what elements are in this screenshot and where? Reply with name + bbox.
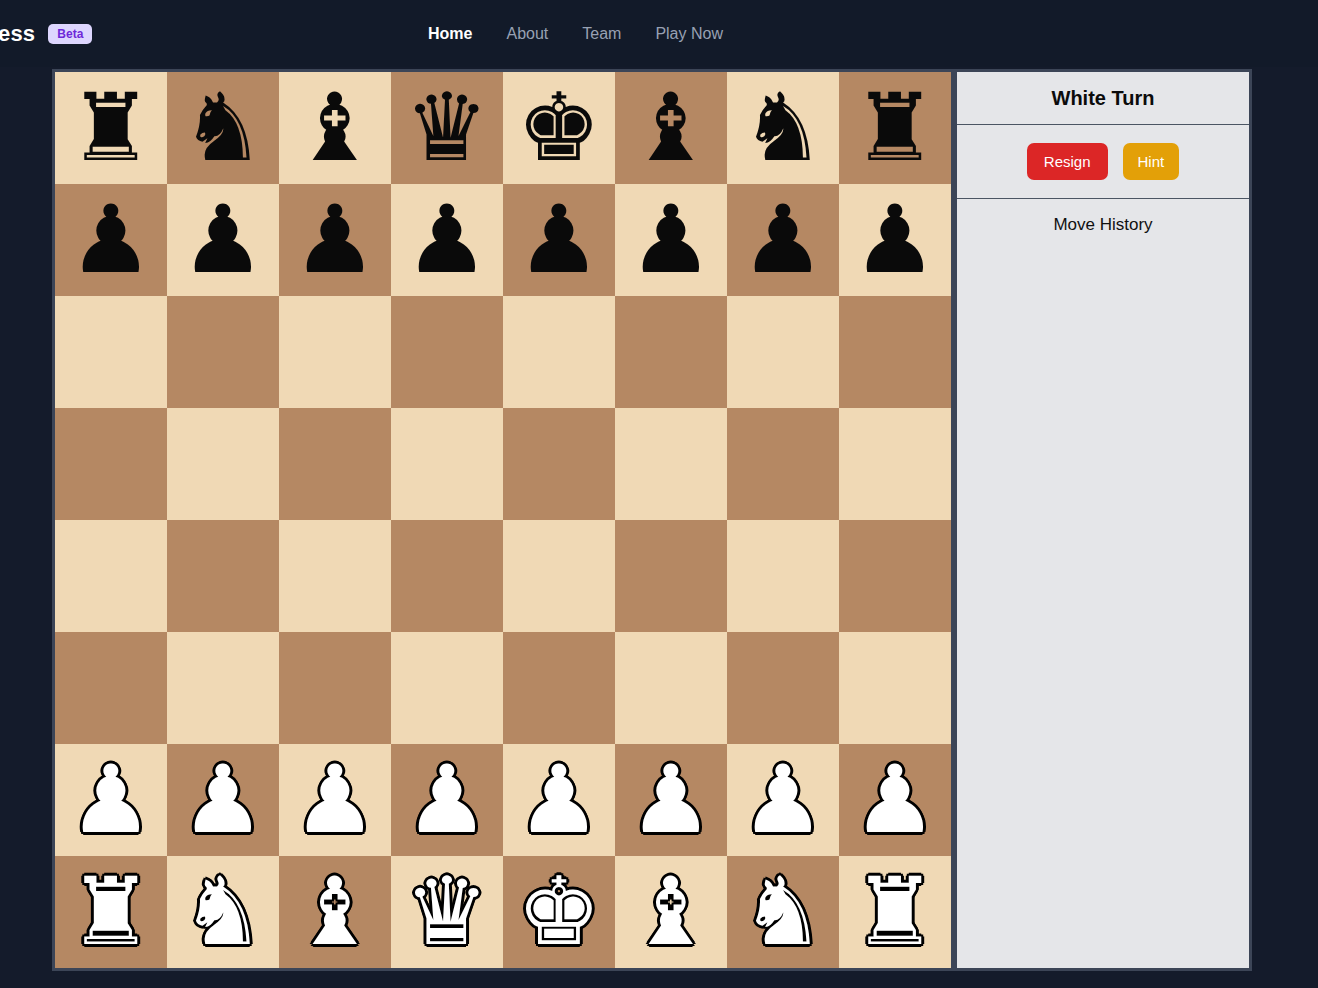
square-f3[interactable] — [615, 632, 727, 744]
square-c5[interactable] — [279, 408, 391, 520]
black-knight[interactable]: ♞ — [167, 72, 279, 184]
square-a3[interactable] — [55, 632, 167, 744]
white-rook[interactable]: ♜ — [55, 856, 167, 968]
square-g1[interactable]: ♞ — [727, 856, 839, 968]
square-g3[interactable] — [727, 632, 839, 744]
square-h8[interactable]: ♜ — [839, 72, 951, 184]
black-pawn[interactable]: ♟ — [279, 184, 391, 296]
square-b8[interactable]: ♞ — [167, 72, 279, 184]
white-pawn[interactable]: ♟ — [615, 744, 727, 856]
square-e4[interactable] — [503, 520, 615, 632]
square-e8[interactable]: ♚ — [503, 72, 615, 184]
square-f4[interactable] — [615, 520, 727, 632]
white-bishop[interactable]: ♝ — [279, 856, 391, 968]
white-bishop[interactable]: ♝ — [615, 856, 727, 968]
nav-link-play-now[interactable]: Play Now — [655, 25, 723, 43]
square-g4[interactable] — [727, 520, 839, 632]
square-a6[interactable] — [55, 296, 167, 408]
white-king[interactable]: ♚ — [503, 856, 615, 968]
black-king[interactable]: ♚ — [503, 72, 615, 184]
square-g8[interactable]: ♞ — [727, 72, 839, 184]
square-a1[interactable]: ♜ — [55, 856, 167, 968]
square-e6[interactable] — [503, 296, 615, 408]
square-g7[interactable]: ♟ — [727, 184, 839, 296]
square-d1[interactable]: ♛ — [391, 856, 503, 968]
square-f7[interactable]: ♟ — [615, 184, 727, 296]
square-c1[interactable]: ♝ — [279, 856, 391, 968]
move-history-title: Move History — [957, 199, 1249, 235]
white-knight[interactable]: ♞ — [727, 856, 839, 968]
white-pawn[interactable]: ♟ — [727, 744, 839, 856]
white-pawn[interactable]: ♟ — [167, 744, 279, 856]
square-h7[interactable]: ♟ — [839, 184, 951, 296]
black-pawn[interactable]: ♟ — [167, 184, 279, 296]
white-pawn[interactable]: ♟ — [503, 744, 615, 856]
square-g2[interactable]: ♟ — [727, 744, 839, 856]
nav-link-home[interactable]: Home — [428, 25, 472, 43]
hint-button[interactable]: Hint — [1123, 143, 1180, 180]
square-c2[interactable]: ♟ — [279, 744, 391, 856]
square-c6[interactable] — [279, 296, 391, 408]
square-c3[interactable] — [279, 632, 391, 744]
square-c7[interactable]: ♟ — [279, 184, 391, 296]
square-f6[interactable] — [615, 296, 727, 408]
square-f1[interactable]: ♝ — [615, 856, 727, 968]
square-a4[interactable] — [55, 520, 167, 632]
white-pawn[interactable]: ♟ — [55, 744, 167, 856]
chess-board: ♜♞♝♛♚♝♞♜♟♟♟♟♟♟♟♟♟♟♟♟♟♟♟♟♜♞♝♛♚♝♞♜ — [55, 72, 951, 968]
square-b5[interactable] — [167, 408, 279, 520]
square-d7[interactable]: ♟ — [391, 184, 503, 296]
square-h6[interactable] — [839, 296, 951, 408]
black-queen[interactable]: ♛ — [391, 72, 503, 184]
black-knight[interactable]: ♞ — [727, 72, 839, 184]
square-b3[interactable] — [167, 632, 279, 744]
white-pawn[interactable]: ♟ — [839, 744, 951, 856]
square-a5[interactable] — [55, 408, 167, 520]
game-sidebar: White Turn Resign Hint Move History — [957, 72, 1249, 968]
navbar: ess Beta Home About Team Play Now — [0, 0, 1318, 67]
square-b1[interactable]: ♞ — [167, 856, 279, 968]
nav-link-about[interactable]: About — [506, 25, 548, 43]
black-pawn[interactable]: ♟ — [727, 184, 839, 296]
square-h1[interactable]: ♜ — [839, 856, 951, 968]
square-g5[interactable] — [727, 408, 839, 520]
square-c4[interactable] — [279, 520, 391, 632]
action-buttons: Resign Hint — [957, 125, 1249, 199]
black-rook[interactable]: ♜ — [55, 72, 167, 184]
square-b6[interactable] — [167, 296, 279, 408]
black-pawn[interactable]: ♟ — [615, 184, 727, 296]
square-d6[interactable] — [391, 296, 503, 408]
white-pawn[interactable]: ♟ — [279, 744, 391, 856]
black-bishop[interactable]: ♝ — [615, 72, 727, 184]
black-pawn[interactable]: ♟ — [55, 184, 167, 296]
square-b7[interactable]: ♟ — [167, 184, 279, 296]
nav-links: Home About Team Play Now — [428, 0, 723, 67]
square-e2[interactable]: ♟ — [503, 744, 615, 856]
square-d2[interactable]: ♟ — [391, 744, 503, 856]
square-d8[interactable]: ♛ — [391, 72, 503, 184]
square-d4[interactable] — [391, 520, 503, 632]
turn-indicator: White Turn — [957, 72, 1249, 125]
beta-badge: Beta — [48, 24, 92, 44]
square-f5[interactable] — [615, 408, 727, 520]
square-e3[interactable] — [503, 632, 615, 744]
game-container: ♜♞♝♛♚♝♞♜♟♟♟♟♟♟♟♟♟♟♟♟♟♟♟♟♜♞♝♛♚♝♞♜ White T… — [52, 69, 1252, 971]
resign-button[interactable]: Resign — [1027, 143, 1108, 180]
square-h5[interactable] — [839, 408, 951, 520]
square-c8[interactable]: ♝ — [279, 72, 391, 184]
square-b2[interactable]: ♟ — [167, 744, 279, 856]
white-pawn[interactable]: ♟ — [391, 744, 503, 856]
black-rook[interactable]: ♜ — [839, 72, 951, 184]
square-d5[interactable] — [391, 408, 503, 520]
white-queen[interactable]: ♛ — [391, 856, 503, 968]
square-e7[interactable]: ♟ — [503, 184, 615, 296]
nav-link-team[interactable]: Team — [582, 25, 621, 43]
square-b4[interactable] — [167, 520, 279, 632]
black-pawn[interactable]: ♟ — [391, 184, 503, 296]
black-pawn[interactable]: ♟ — [839, 184, 951, 296]
black-bishop[interactable]: ♝ — [279, 72, 391, 184]
square-e1[interactable]: ♚ — [503, 856, 615, 968]
square-g6[interactable] — [727, 296, 839, 408]
square-e5[interactable] — [503, 408, 615, 520]
app-logo: ess — [0, 21, 35, 47]
square-h4[interactable] — [839, 520, 951, 632]
black-pawn[interactable]: ♟ — [503, 184, 615, 296]
square-a2[interactable]: ♟ — [55, 744, 167, 856]
square-d3[interactable] — [391, 632, 503, 744]
square-h3[interactable] — [839, 632, 951, 744]
square-h2[interactable]: ♟ — [839, 744, 951, 856]
square-a8[interactable]: ♜ — [55, 72, 167, 184]
square-a7[interactable]: ♟ — [55, 184, 167, 296]
white-knight[interactable]: ♞ — [167, 856, 279, 968]
square-f2[interactable]: ♟ — [615, 744, 727, 856]
square-f8[interactable]: ♝ — [615, 72, 727, 184]
white-rook[interactable]: ♜ — [839, 856, 951, 968]
